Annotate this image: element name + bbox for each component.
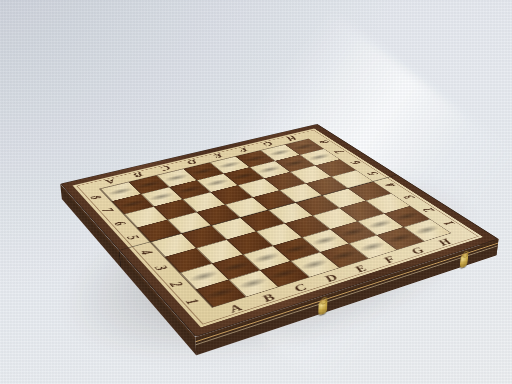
chess-board: ABCDEFGH ABCDEFGH 87654321 87654321 ♜♞♝♛… bbox=[60, 124, 498, 337]
photo-canvas: ABCDEFGH ABCDEFGH 87654321 87654321 ♜♞♝♛… bbox=[0, 0, 512, 384]
white-rook-icon: ♜ bbox=[197, 240, 245, 293]
brass-clasp-icon bbox=[460, 253, 469, 268]
scene: ABCDEFGH ABCDEFGH 87654321 87654321 ♜♞♝♛… bbox=[0, 0, 512, 384]
brass-clasp-icon bbox=[319, 299, 328, 315]
